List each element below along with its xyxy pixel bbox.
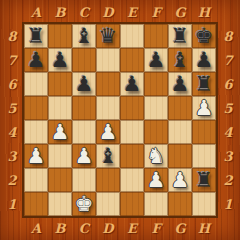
square-f4[interactable]	[144, 120, 168, 144]
square-e3[interactable]	[120, 144, 144, 168]
square-c7[interactable]	[72, 48, 96, 72]
file-label-top-g: G	[168, 0, 192, 24]
square-a3[interactable]: ♟	[24, 144, 48, 168]
square-d8[interactable]: ♛	[96, 24, 120, 48]
rank-label-right-3: 3	[216, 144, 240, 168]
piece-white-pawn-f2[interactable]: ♟	[147, 168, 166, 192]
file-label-top-b: B	[48, 0, 72, 24]
square-g2[interactable]: ♟	[168, 168, 192, 192]
square-h7[interactable]: ♟	[192, 48, 216, 72]
piece-white-pawn-a3[interactable]: ♟	[27, 144, 46, 168]
square-h5[interactable]: ♟	[192, 96, 216, 120]
square-c1[interactable]: ♚	[72, 192, 96, 216]
square-e7[interactable]	[120, 48, 144, 72]
chess-board-frame: ABCDEFGH 87654321 87654321 ABCDEFGH ♜♝♛♜…	[0, 0, 240, 240]
square-a6[interactable]	[24, 72, 48, 96]
file-label-top-f: F	[144, 0, 168, 24]
square-b5[interactable]	[48, 96, 72, 120]
piece-black-bishop-g7[interactable]: ♝	[171, 48, 190, 72]
piece-white-pawn-d4[interactable]: ♟	[99, 120, 118, 144]
file-label-top-d: D	[96, 0, 120, 24]
square-g6[interactable]: ♟	[168, 72, 192, 96]
rank-label-left-1: 1	[0, 192, 24, 216]
square-c4[interactable]	[72, 120, 96, 144]
file-label-top-e: E	[120, 0, 144, 24]
piece-white-pawn-b4[interactable]: ♟	[51, 120, 70, 144]
square-f1[interactable]	[144, 192, 168, 216]
piece-white-pawn-c3[interactable]: ♟	[75, 144, 94, 168]
rank-label-right-5: 5	[216, 96, 240, 120]
square-g5[interactable]	[168, 96, 192, 120]
file-label-bottom-f: F	[144, 216, 168, 240]
square-b1[interactable]	[48, 192, 72, 216]
square-d1[interactable]	[96, 192, 120, 216]
file-label-top-c: C	[72, 0, 96, 24]
square-h4[interactable]	[192, 120, 216, 144]
square-a1[interactable]	[24, 192, 48, 216]
rank-label-right-1: 1	[216, 192, 240, 216]
square-e4[interactable]	[120, 120, 144, 144]
rank-labels-right: 87654321	[216, 24, 240, 216]
square-b6[interactable]	[48, 72, 72, 96]
file-labels-top: ABCDEFGH	[24, 0, 216, 24]
file-labels-bottom: ABCDEFGH	[24, 216, 216, 240]
square-d7[interactable]	[96, 48, 120, 72]
piece-black-pawn-g6[interactable]: ♟	[171, 72, 190, 96]
piece-black-pawn-c6[interactable]: ♟	[75, 72, 94, 96]
rank-label-left-2: 2	[0, 168, 24, 192]
piece-black-pawn-a7[interactable]: ♟	[27, 48, 46, 72]
square-b4[interactable]: ♟	[48, 120, 72, 144]
file-label-bottom-d: D	[96, 216, 120, 240]
square-h8[interactable]: ♚	[192, 24, 216, 48]
square-g7[interactable]: ♝	[168, 48, 192, 72]
piece-black-pawn-h7[interactable]: ♟	[195, 48, 214, 72]
square-f5[interactable]	[144, 96, 168, 120]
rank-label-right-4: 4	[216, 120, 240, 144]
file-label-bottom-c: C	[72, 216, 96, 240]
file-label-top-h: H	[192, 0, 216, 24]
square-h3[interactable]	[192, 144, 216, 168]
file-label-bottom-b: B	[48, 216, 72, 240]
piece-white-pawn-h5[interactable]: ♟	[195, 96, 214, 120]
piece-black-pawn-f7[interactable]: ♟	[147, 48, 166, 72]
square-f6[interactable]	[144, 72, 168, 96]
square-e5[interactable]	[120, 96, 144, 120]
rank-label-left-8: 8	[0, 24, 24, 48]
square-h1[interactable]	[192, 192, 216, 216]
square-h2[interactable]: ♜	[192, 168, 216, 192]
square-b7[interactable]: ♟	[48, 48, 72, 72]
square-f8[interactable]	[144, 24, 168, 48]
square-d3[interactable]: ♝	[96, 144, 120, 168]
file-label-bottom-h: H	[192, 216, 216, 240]
square-d2[interactable]	[96, 168, 120, 192]
square-f2[interactable]: ♟	[144, 168, 168, 192]
square-b8[interactable]	[48, 24, 72, 48]
square-c2[interactable]	[72, 168, 96, 192]
rank-label-left-5: 5	[0, 96, 24, 120]
square-g8[interactable]: ♜	[168, 24, 192, 48]
square-c5[interactable]	[72, 96, 96, 120]
file-label-bottom-a: A	[24, 216, 48, 240]
square-d6[interactable]	[96, 72, 120, 96]
file-label-bottom-e: E	[120, 216, 144, 240]
piece-black-rook-h6[interactable]: ♜	[195, 72, 214, 96]
file-label-bottom-g: G	[168, 216, 192, 240]
rank-label-right-8: 8	[216, 24, 240, 48]
piece-black-rook-a8[interactable]: ♜	[27, 24, 46, 48]
square-h6[interactable]: ♜	[192, 72, 216, 96]
square-e6[interactable]: ♟	[120, 72, 144, 96]
rank-label-right-7: 7	[216, 48, 240, 72]
square-b3[interactable]	[48, 144, 72, 168]
rank-labels-left: 87654321	[0, 24, 24, 216]
square-a2[interactable]	[24, 168, 48, 192]
piece-black-rook-h2[interactable]: ♜	[195, 168, 214, 192]
piece-white-king-c1[interactable]: ♚	[75, 192, 94, 216]
piece-black-pawn-e6[interactable]: ♟	[123, 72, 142, 96]
square-c3[interactable]: ♟	[72, 144, 96, 168]
rank-label-right-2: 2	[216, 168, 240, 192]
square-a4[interactable]	[24, 120, 48, 144]
square-f7[interactable]: ♟	[144, 48, 168, 72]
square-d4[interactable]: ♟	[96, 120, 120, 144]
piece-white-knight-f3[interactable]: ♞	[147, 144, 166, 168]
square-a8[interactable]: ♜	[24, 24, 48, 48]
piece-black-bishop-c8[interactable]: ♝	[75, 24, 94, 48]
square-b2[interactable]	[48, 168, 72, 192]
file-label-top-a: A	[24, 0, 48, 24]
piece-black-rook-g8[interactable]: ♜	[171, 24, 190, 48]
square-e2[interactable]	[120, 168, 144, 192]
piece-black-pawn-b7[interactable]: ♟	[51, 48, 70, 72]
square-e1[interactable]	[120, 192, 144, 216]
square-c6[interactable]: ♟	[72, 72, 96, 96]
piece-black-king-h8[interactable]: ♚	[195, 24, 214, 48]
square-g1[interactable]	[168, 192, 192, 216]
rank-label-left-7: 7	[0, 48, 24, 72]
rank-label-left-4: 4	[0, 120, 24, 144]
square-a5[interactable]	[24, 96, 48, 120]
square-g3[interactable]	[168, 144, 192, 168]
square-g4[interactable]	[168, 120, 192, 144]
piece-white-pawn-g2[interactable]: ♟	[171, 168, 190, 192]
square-a7[interactable]: ♟	[24, 48, 48, 72]
square-d5[interactable]	[96, 96, 120, 120]
rank-label-left-6: 6	[0, 72, 24, 96]
square-f3[interactable]: ♞	[144, 144, 168, 168]
square-e8[interactable]	[120, 24, 144, 48]
rank-label-right-6: 6	[216, 72, 240, 96]
rank-label-left-3: 3	[0, 144, 24, 168]
chess-board: ♜♝♛♜♚♟♟♟♝♟♟♟♟♜♟♟♟♟♟♝♞♟♟♜♚	[24, 24, 216, 216]
piece-black-bishop-d3[interactable]: ♝	[99, 144, 118, 168]
square-c8[interactable]: ♝	[72, 24, 96, 48]
piece-black-queen-d8[interactable]: ♛	[99, 24, 118, 48]
